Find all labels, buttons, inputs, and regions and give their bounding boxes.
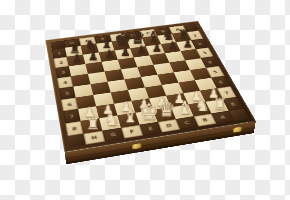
rank-label-right-4: 4 (201, 56, 219, 67)
brass-clasp-icon (233, 127, 242, 133)
black-pawn: ♟ (117, 47, 133, 58)
square-h2: ♟ (67, 55, 85, 67)
white-bishop: ♝ (121, 108, 140, 126)
file-label-bottom-d: D (158, 119, 180, 132)
frame-corner (68, 134, 86, 148)
chess-set-photo: HGFEDCBA1♜♞♝♚♛♝♞♜12♟♟♟♟♟♟♟♟2334455667♟♟♟… (0, 0, 290, 200)
square-g8: ♞ (99, 115, 121, 130)
white-bishop: ♝ (175, 100, 194, 117)
square-g2: ♟ (83, 53, 102, 65)
black-pawn: ♟ (180, 38, 196, 49)
file-label-bottom-a: A (211, 111, 234, 124)
white-knight: ♞ (102, 112, 121, 129)
square-d3 (134, 55, 154, 67)
file-label-bottom-h: H (83, 131, 105, 145)
white-rook: ♜ (83, 116, 102, 132)
coordinate-label-cell: H (83, 131, 105, 145)
white-knight: ♞ (193, 98, 211, 114)
black-pawn: ♟ (85, 51, 101, 63)
square-h8: ♜ (81, 118, 103, 134)
square-f2: ♟ (99, 50, 118, 61)
black-pawn: ♟ (133, 44, 149, 55)
coordinate-label-cell: D (158, 119, 180, 132)
white-queen: ♛ (157, 100, 176, 120)
black-pawn: ♟ (69, 53, 86, 65)
black-pawn: ♟ (165, 40, 181, 51)
white-rook: ♜ (211, 96, 229, 111)
white-king: ♚ (139, 101, 158, 123)
chess-board: HGFEDCBA1♜♞♝♚♛♝♞♜12♟♟♟♟♟♟♟♟2334455667♟♟♟… (45, 21, 255, 152)
black-pawn: ♟ (149, 42, 165, 53)
transparency-background: HGFEDCBA1♜♞♝♚♛♝♞♜12♟♟♟♟♟♟♟♟2334455667♟♟♟… (0, 0, 290, 200)
coordinate-label-cell: 4 (201, 56, 219, 67)
black-pawn: ♟ (101, 49, 117, 61)
brass-clasp-icon (132, 143, 141, 149)
coordinate-label-cell: A (211, 111, 234, 124)
